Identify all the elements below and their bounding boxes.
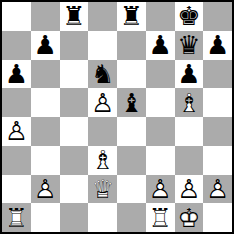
square-d1[interactable] — [88, 203, 117, 232]
square-g1[interactable]: ♚♔ — [175, 203, 204, 232]
square-b5[interactable] — [31, 88, 60, 117]
piece-black-pawn-f7: ♟ — [146, 31, 175, 60]
square-d3[interactable]: ♝♗ — [88, 146, 117, 175]
square-h6[interactable] — [203, 60, 232, 89]
square-f7[interactable]: ♟ — [146, 31, 175, 60]
piece-black-rook-e8: ♜ — [117, 2, 146, 31]
square-e5[interactable]: ♝ — [117, 88, 146, 117]
square-e6[interactable] — [117, 60, 146, 89]
square-a2[interactable] — [2, 175, 31, 204]
square-c6[interactable] — [60, 60, 89, 89]
piece-black-queen-g7: ♛ — [175, 31, 204, 60]
square-g6[interactable]: ♟ — [175, 60, 204, 89]
square-b6[interactable] — [31, 60, 60, 89]
piece-white-pawn-b2: ♟♙ — [31, 175, 60, 204]
square-g8[interactable]: ♚ — [175, 2, 204, 31]
square-g5[interactable]: ♝♗ — [175, 88, 204, 117]
piece-white-queen-d2: ♛♕ — [88, 175, 117, 204]
piece-white-pawn-g2: ♟♙ — [175, 175, 204, 204]
piece-black-rook-c8: ♜ — [60, 2, 89, 31]
square-h3[interactable] — [203, 146, 232, 175]
square-h1[interactable] — [203, 203, 232, 232]
piece-white-rook-f1: ♜♖ — [146, 203, 175, 232]
square-a5[interactable] — [2, 88, 31, 117]
piece-black-knight-d6: ♞ — [88, 60, 117, 89]
square-g3[interactable] — [175, 146, 204, 175]
square-h7[interactable]: ♟ — [203, 31, 232, 60]
square-a6[interactable]: ♟ — [2, 60, 31, 89]
piece-white-bishop-g5: ♝♗ — [175, 88, 204, 117]
piece-black-pawn-h7: ♟ — [203, 31, 232, 60]
square-g4[interactable] — [175, 117, 204, 146]
square-a4[interactable]: ♟♙ — [2, 117, 31, 146]
square-a1[interactable]: ♜♖ — [2, 203, 31, 232]
square-a8[interactable] — [2, 2, 31, 31]
square-h2[interactable]: ♟♙ — [203, 175, 232, 204]
square-f3[interactable] — [146, 146, 175, 175]
square-d6[interactable]: ♞ — [88, 60, 117, 89]
square-c4[interactable] — [60, 117, 89, 146]
square-e3[interactable] — [117, 146, 146, 175]
square-b2[interactable]: ♟♙ — [31, 175, 60, 204]
square-a7[interactable] — [2, 31, 31, 60]
piece-white-pawn-d5: ♟♙ — [88, 88, 117, 117]
square-c2[interactable] — [60, 175, 89, 204]
square-b8[interactable] — [31, 2, 60, 31]
square-d4[interactable] — [88, 117, 117, 146]
square-d7[interactable] — [88, 31, 117, 60]
piece-white-rook-a1: ♜♖ — [2, 203, 31, 232]
square-b3[interactable] — [31, 146, 60, 175]
piece-white-pawn-a4: ♟♙ — [2, 117, 31, 146]
piece-white-pawn-h2: ♟♙ — [203, 175, 232, 204]
square-b7[interactable]: ♟ — [31, 31, 60, 60]
square-d5[interactable]: ♟♙ — [88, 88, 117, 117]
square-c7[interactable] — [60, 31, 89, 60]
square-e2[interactable] — [117, 175, 146, 204]
piece-white-king-g1: ♚♔ — [175, 203, 204, 232]
square-f2[interactable]: ♟♙ — [146, 175, 175, 204]
square-d2[interactable]: ♛♕ — [88, 175, 117, 204]
square-h4[interactable] — [203, 117, 232, 146]
square-h8[interactable] — [203, 2, 232, 31]
square-f6[interactable] — [146, 60, 175, 89]
piece-white-pawn-f2: ♟♙ — [146, 175, 175, 204]
piece-white-bishop-d3: ♝♗ — [88, 146, 117, 175]
square-f4[interactable] — [146, 117, 175, 146]
square-e4[interactable] — [117, 117, 146, 146]
chess-board: ♜♜♚♟♟♛♟♟♞♟♟♙♝♝♗♟♙♝♗♟♙♛♕♟♙♟♙♟♙♜♖♜♖♚♔ — [0, 0, 234, 234]
square-e8[interactable]: ♜ — [117, 2, 146, 31]
piece-black-king-g8: ♚ — [175, 2, 204, 31]
square-e1[interactable] — [117, 203, 146, 232]
square-c1[interactable] — [60, 203, 89, 232]
square-h5[interactable] — [203, 88, 232, 117]
square-f8[interactable] — [146, 2, 175, 31]
square-e7[interactable] — [117, 31, 146, 60]
square-g2[interactable]: ♟♙ — [175, 175, 204, 204]
square-c5[interactable] — [60, 88, 89, 117]
square-b1[interactable] — [31, 203, 60, 232]
square-g7[interactable]: ♛ — [175, 31, 204, 60]
piece-black-pawn-a6: ♟ — [2, 60, 31, 89]
square-c8[interactable]: ♜ — [60, 2, 89, 31]
piece-black-pawn-b7: ♟ — [31, 31, 60, 60]
square-d8[interactable] — [88, 2, 117, 31]
square-f5[interactable] — [146, 88, 175, 117]
square-b4[interactable] — [31, 117, 60, 146]
square-f1[interactable]: ♜♖ — [146, 203, 175, 232]
piece-black-pawn-g6: ♟ — [175, 60, 204, 89]
square-a3[interactable] — [2, 146, 31, 175]
piece-black-bishop-e5: ♝ — [117, 88, 146, 117]
chess-diagram: ♜♜♚♟♟♛♟♟♞♟♟♙♝♝♗♟♙♝♗♟♙♛♕♟♙♟♙♟♙♜♖♜♖♚♔ — [0, 0, 234, 234]
square-c3[interactable] — [60, 146, 89, 175]
